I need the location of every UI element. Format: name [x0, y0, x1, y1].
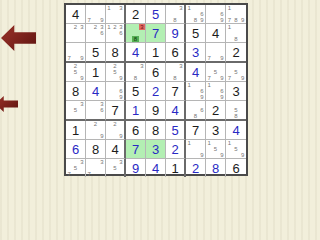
sudoku-cell-r1c8[interactable]: 69	[206, 5, 226, 24]
sudoku-cell-r5c7[interactable]: 169	[186, 82, 206, 101]
candidate-1: 1	[226, 24, 233, 30]
candidate-1: 1	[226, 5, 233, 11]
given-digit: 2	[212, 104, 219, 117]
candidate-grid: 13	[106, 5, 124, 23]
candidate-8: 8	[172, 75, 178, 81]
candidate-9: 9	[79, 75, 85, 81]
sudoku-cell-r7c8[interactable]: 3	[206, 121, 226, 140]
candidate-grid: 69	[106, 82, 124, 100]
sudoku-cell-r9c6[interactable]: 1	[166, 159, 186, 177]
sudoku-cell-r2c1[interactable]: 23	[66, 24, 86, 43]
sudoku-cell-r7c3[interactable]: 29	[106, 121, 126, 140]
sudoku-cell-r9c9[interactable]: 6	[226, 159, 246, 177]
candidate-grid: 29	[86, 121, 105, 139]
solved-digit: 4	[152, 162, 159, 175]
solved-digit: 4	[192, 66, 199, 79]
candidate-9: 9	[99, 17, 105, 23]
candidate-3: 3	[139, 24, 145, 30]
sudoku-cell-r7c1[interactable]: 1	[66, 121, 86, 140]
sudoku-cell-r2c5[interactable]: 7	[146, 24, 166, 43]
sudoku-cell-r8c6[interactable]: 2	[166, 140, 186, 159]
given-digit: 7	[171, 85, 178, 98]
candidate-3: 3	[79, 24, 85, 30]
candidate-9: 9	[239, 152, 246, 158]
given-digit: 5	[92, 46, 99, 59]
sudoku-cell-r7c6[interactable]: 5	[166, 121, 186, 140]
candidate-1: 1	[186, 5, 192, 11]
candidate-grid: 79	[206, 43, 225, 61]
sudoku-cell-r6c5[interactable]: 9	[146, 101, 166, 121]
candidate-5: 5	[233, 146, 240, 152]
candidate-grid: 169	[206, 82, 225, 100]
candidate-3: 3	[118, 5, 124, 11]
given-digit: 8	[92, 143, 99, 156]
candidate-6: 6	[199, 107, 205, 113]
sudoku-board: 4791325381689691789232361236387954187958…	[64, 3, 248, 176]
sudoku-cell-r6c8[interactable]: 2	[206, 101, 226, 121]
candidate-9: 9	[239, 17, 246, 23]
sudoku-cell-r4c2[interactable]: 1	[86, 63, 106, 82]
candidate-1: 1	[186, 82, 192, 88]
candidate-8: 8	[233, 113, 240, 119]
candidate-9: 9	[219, 94, 225, 100]
given-digit: 8	[152, 124, 159, 137]
candidate-grid: 37	[86, 159, 105, 177]
sudoku-cell-r4c9[interactable]: 579	[226, 63, 246, 82]
sudoku-cell-r4c4[interactable]: 38	[126, 63, 146, 82]
candidate-9: 9	[199, 17, 205, 23]
candidate-2: 2	[112, 121, 118, 127]
sudoku-cell-r6c3[interactable]: 7	[106, 101, 126, 121]
sudoku-cell-r6c2[interactable]: 36	[86, 101, 106, 121]
solved-digit: 6	[72, 143, 79, 156]
sudoku-cell-r8c7[interactable]: 19	[186, 140, 206, 159]
candidate-grid: 579	[206, 63, 225, 81]
solved-digit: 4	[92, 85, 99, 98]
candidate-9: 9	[219, 152, 225, 158]
candidate-grid: 259	[106, 63, 124, 81]
sudoku-cell-r4c7[interactable]: 4	[186, 63, 206, 82]
sudoku-cell-r1c4[interactable]: 2	[126, 5, 146, 24]
sudoku-cell-r9c3[interactable]: 35	[106, 159, 126, 177]
candidate-7: 7	[226, 75, 233, 81]
sudoku-cell-r3c8[interactable]: 79	[206, 43, 226, 63]
sudoku-cell-r1c9[interactable]: 1789	[226, 5, 246, 24]
sudoku-cell-r3c1[interactable]: 79	[66, 43, 86, 63]
solved-digit: 7	[132, 143, 139, 156]
candidate-3: 3	[178, 63, 184, 69]
given-digit: 1	[92, 66, 99, 79]
candidate-grid: 1789	[226, 5, 246, 23]
sudoku-cell-r5c8[interactable]: 169	[206, 82, 226, 101]
candidate-9: 9	[219, 17, 225, 23]
sudoku-cell-r3c7[interactable]: 3	[186, 43, 206, 63]
sudoku-cell-r4c5[interactable]: 6	[146, 63, 166, 82]
given-digit: 5	[132, 85, 139, 98]
candidate-9: 9	[219, 75, 225, 81]
candidate-8: 8	[233, 17, 240, 23]
sudoku-cell-r4c8[interactable]: 579	[206, 63, 226, 82]
given-digit: 6	[132, 124, 139, 137]
solved-digit: 4	[232, 124, 239, 137]
candidate-3: 3	[118, 159, 124, 165]
candidate-1: 1	[206, 82, 212, 88]
sudoku-cell-r2c8[interactable]: 4	[206, 24, 226, 43]
sudoku-cell-r5c5[interactable]: 2	[146, 82, 166, 101]
sudoku-cell-r5c9[interactable]: 3	[226, 82, 246, 101]
sudoku-cell-r2c2[interactable]: 236	[86, 24, 106, 43]
given-digit: 4	[212, 27, 219, 40]
sudoku-cell-r6c6[interactable]: 4	[166, 101, 186, 121]
sudoku-cell-r2c3[interactable]: 1236	[106, 24, 126, 43]
sudoku-cell-r7c5[interactable]: 8	[146, 121, 166, 140]
solved-digit: 8	[212, 162, 219, 175]
candidate-1: 1	[226, 140, 233, 146]
candidate-7: 7	[206, 75, 212, 81]
solved-digit: 9	[132, 162, 139, 175]
candidate-grid: 169	[186, 82, 205, 100]
given-digit: 5	[192, 27, 199, 40]
given-digit: 3	[232, 85, 239, 98]
arrow-left-small-icon	[0, 96, 18, 112]
candidate-grid: 1689	[186, 5, 205, 23]
candidate-grid: 68	[186, 101, 205, 119]
given-digit: 1	[152, 46, 159, 59]
solved-digit: 2	[171, 143, 178, 156]
candidate-grid: 35	[106, 159, 124, 177]
sudoku-cell-r9c7[interactable]: 2	[186, 159, 206, 177]
given-digit: 6	[152, 66, 159, 79]
candidate-7: 7	[86, 17, 92, 23]
sudoku-cell-r8c9[interactable]: 159	[226, 140, 246, 159]
candidate-9: 9	[219, 55, 225, 61]
candidate-9: 9	[199, 94, 205, 100]
candidate-grid: 58	[226, 101, 246, 119]
candidate-8: 8	[233, 36, 240, 42]
sudoku-cell-r5c4[interactable]: 5	[126, 82, 146, 101]
sudoku-cell-r2c6[interactable]: 9	[166, 24, 186, 43]
sudoku-cell-r8c1[interactable]: 6	[66, 140, 86, 159]
candidate-5: 5	[112, 165, 118, 171]
candidate-8: 8	[132, 75, 138, 81]
candidate-3: 3	[139, 63, 145, 69]
candidate-3: 3	[99, 159, 105, 165]
candidate-9: 9	[118, 133, 124, 139]
sudoku-cell-r8c3[interactable]: 4	[106, 140, 126, 159]
solved-digit: 1	[132, 104, 139, 117]
sudoku-cell-r3c3[interactable]: 8	[106, 43, 126, 63]
sudoku-cell-r8c5[interactable]: 3	[146, 140, 166, 159]
candidate-8: 8	[192, 113, 198, 119]
sudoku-cell-r3c9[interactable]: 2	[226, 43, 246, 63]
solved-digit: 5	[171, 124, 178, 137]
candidate-grid: 19	[186, 140, 205, 158]
solved-digit: 2	[192, 162, 199, 175]
candidate-5: 5	[233, 69, 240, 75]
sudoku-cell-r2c7[interactable]: 5	[186, 24, 206, 43]
sudoku-cell-r8c2[interactable]: 8	[86, 140, 106, 159]
candidate-6: 6	[99, 30, 105, 36]
sudoku-cell-r8c8[interactable]: 159	[206, 140, 226, 159]
candidate-9: 9	[118, 75, 124, 81]
candidate-grid: 18	[226, 24, 246, 42]
sudoku-cell-r7c4[interactable]: 6	[126, 121, 146, 140]
candidate-grid: 159	[206, 140, 225, 158]
sudoku-cell-r1c7[interactable]: 1689	[186, 5, 206, 24]
candidate-6: 6	[99, 107, 105, 113]
sudoku-cell-r3c5[interactable]: 1	[146, 43, 166, 63]
candidate-grid: 36	[86, 101, 105, 119]
candidate-7: 7	[86, 171, 92, 177]
solved-digit: 3	[192, 46, 199, 59]
candidate-grid: 357	[66, 159, 85, 177]
sudoku-cell-r9c4[interactable]: 9	[126, 159, 146, 177]
candidate-grid: 38	[166, 63, 184, 81]
candidate-9: 9	[79, 55, 85, 61]
sudoku-cell-r1c1[interactable]: 4	[66, 5, 86, 24]
sudoku-cell-r4c1[interactable]: 259	[66, 63, 86, 82]
candidate-2: 2	[92, 121, 98, 127]
candidate-7: 7	[66, 55, 72, 61]
given-digit: 1	[72, 124, 79, 137]
candidate-8: 8	[172, 17, 178, 23]
given-digit: 6	[171, 46, 178, 59]
candidate-grid: 579	[226, 63, 246, 81]
given-digit: 2	[232, 46, 239, 59]
sudoku-cell-r2c4[interactable]: 38	[126, 24, 146, 43]
candidate-7: 7	[226, 17, 233, 23]
sudoku-cell-r5c1[interactable]: 8	[66, 82, 86, 101]
candidate-grid: 259	[66, 63, 85, 81]
given-digit: 9	[152, 104, 159, 117]
sudoku-cell-r4c6[interactable]: 38	[166, 63, 186, 82]
given-digit: 4	[72, 8, 79, 21]
solved-digit: 4	[132, 46, 139, 59]
candidate-3: 3	[178, 5, 184, 11]
candidate-3: 3	[79, 101, 85, 107]
sudoku-cell-r5c2[interactable]: 4	[86, 82, 106, 101]
given-digit: 8	[72, 85, 79, 98]
candidate-3: 3	[79, 159, 85, 165]
sudoku-cell-r9c5[interactable]: 4	[146, 159, 166, 177]
candidate-grid: 79	[86, 5, 105, 23]
sudoku-cell-r1c3[interactable]: 13	[106, 5, 126, 24]
candidate-grid: 29	[106, 121, 124, 139]
candidate-8: 8	[132, 36, 138, 42]
sudoku-cell-r6c7[interactable]: 68	[186, 101, 206, 121]
candidate-grid: 236	[86, 24, 105, 42]
sudoku-cell-r8c4[interactable]: 7	[126, 140, 146, 159]
sudoku-cell-r7c2[interactable]: 29	[86, 121, 106, 140]
given-digit: 8	[111, 46, 118, 59]
sudoku-cell-r6c9[interactable]: 58	[226, 101, 246, 121]
solved-digit: 5	[152, 8, 159, 21]
candidate-9: 9	[199, 152, 205, 158]
given-digit: 4	[111, 143, 118, 156]
candidate-grid: 38	[126, 24, 145, 42]
sudoku-cell-r6c4[interactable]: 1	[126, 101, 146, 121]
candidate-1: 1	[186, 140, 192, 146]
arrow-left-large-icon	[1, 25, 36, 51]
given-digit: 3	[212, 124, 219, 137]
sudoku-cell-r9c8[interactable]: 8	[206, 159, 226, 177]
sudoku-cell-r3c6[interactable]: 6	[166, 43, 186, 63]
solved-digit: 9	[171, 27, 178, 40]
sudoku-cell-r1c5[interactable]: 5	[146, 5, 166, 24]
solved-digit: 2	[152, 85, 159, 98]
candidate-grid: 69	[206, 5, 225, 23]
candidate-7: 7	[66, 171, 72, 177]
candidate-1: 1	[106, 5, 112, 11]
candidate-5: 5	[72, 107, 78, 113]
sudoku-cell-r2c9[interactable]: 18	[226, 24, 246, 43]
sudoku-cell-r1c6[interactable]: 38	[166, 5, 186, 24]
solved-digit: 3	[152, 143, 159, 156]
given-digit: 1	[171, 162, 178, 175]
candidate-grid: 23	[66, 24, 85, 42]
sudoku-cell-r1c2[interactable]: 79	[86, 5, 106, 24]
candidate-grid: 79	[66, 43, 85, 61]
candidate-9: 9	[99, 133, 105, 139]
candidate-9: 9	[239, 75, 246, 81]
candidate-7: 7	[206, 55, 212, 61]
sudoku-cell-r3c2[interactable]: 5	[86, 43, 106, 63]
sudoku-cell-r7c9[interactable]: 4	[226, 121, 246, 140]
sudoku-cell-r6c1[interactable]: 35	[66, 101, 86, 121]
candidate-9: 9	[118, 94, 124, 100]
candidate-grid: 1236	[106, 24, 124, 42]
candidate-grid: 35	[66, 101, 85, 119]
given-digit: 7	[192, 124, 199, 137]
sudoku-cell-r3c4[interactable]: 4	[126, 43, 146, 63]
candidate-grid: 38	[166, 5, 184, 23]
sudoku-cell-r9c2[interactable]: 37	[86, 159, 106, 177]
solved-digit: 4	[171, 104, 178, 117]
candidate-5: 5	[72, 165, 78, 171]
given-digit: 6	[232, 162, 239, 175]
sudoku-cell-r9c1[interactable]: 357	[66, 159, 86, 177]
candidate-6: 6	[118, 30, 124, 36]
sudoku-cell-r5c6[interactable]: 7	[166, 82, 186, 101]
candidate-grid: 38	[126, 63, 145, 81]
candidate-grid: 159	[226, 140, 246, 158]
given-digit: 7	[111, 104, 118, 117]
sudoku-cell-r5c3[interactable]: 69	[106, 82, 126, 101]
sudoku-cell-r7c7[interactable]: 7	[186, 121, 206, 140]
sudoku-cell-r4c3[interactable]: 259	[106, 63, 126, 82]
given-digit: 2	[132, 8, 139, 21]
solved-digit: 7	[152, 27, 159, 40]
